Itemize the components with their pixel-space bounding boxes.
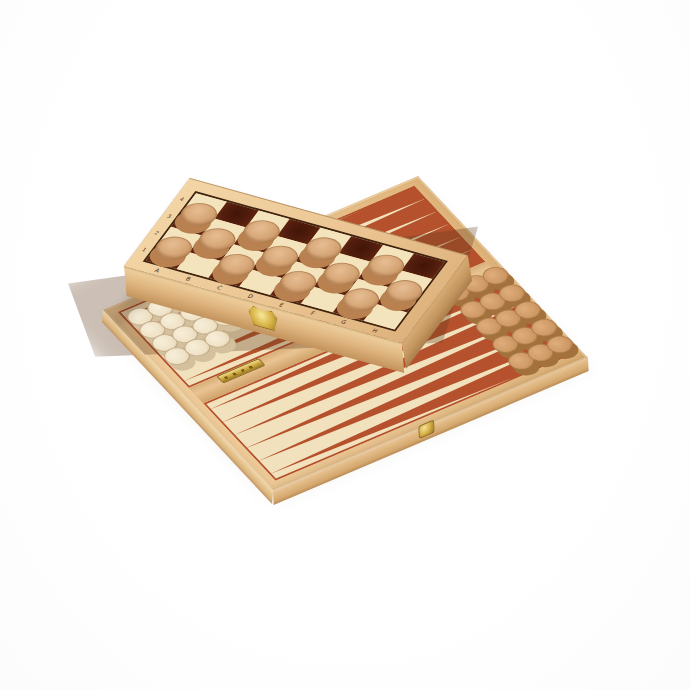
- file-label: A: [153, 267, 161, 273]
- file-label: H: [371, 328, 379, 334]
- rank-label: 4: [179, 197, 186, 202]
- rank-label: 3: [166, 214, 173, 219]
- rank-label: 1: [141, 247, 148, 252]
- file-label: D: [246, 293, 254, 299]
- checkers-brass-clasp-icon[interactable]: [248, 304, 279, 332]
- file-label: E: [278, 302, 285, 308]
- file-label: F: [309, 311, 316, 317]
- file-label: B: [185, 276, 193, 282]
- product-photo-stage: ABCDEFGH4321: [0, 0, 690, 690]
- file-label: C: [216, 285, 224, 291]
- rank-label: 2: [153, 230, 160, 235]
- file-label: G: [340, 319, 348, 325]
